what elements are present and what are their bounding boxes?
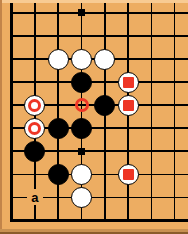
grid-line-v xyxy=(104,140,106,163)
white-stone xyxy=(71,164,92,185)
grid-line-v xyxy=(10,186,13,209)
grid-line-v xyxy=(174,71,176,94)
grid-line-v xyxy=(104,24,106,47)
grid-line-v xyxy=(10,48,13,71)
grid-line-v xyxy=(127,1,129,24)
grid-line-v xyxy=(104,117,106,140)
board-point xyxy=(0,117,23,140)
board-point xyxy=(140,94,163,117)
grid-line-v xyxy=(151,71,153,94)
board-point xyxy=(47,94,70,117)
grid-line-v xyxy=(151,140,153,163)
board-point xyxy=(70,71,93,94)
board-point xyxy=(93,24,116,47)
board-point xyxy=(93,163,116,186)
board-edge-shadow-dark xyxy=(0,232,188,234)
grid-line-v xyxy=(57,24,59,47)
grid-line-v xyxy=(174,186,176,209)
board-point xyxy=(47,140,70,163)
board-point xyxy=(70,140,93,163)
white-stone xyxy=(71,187,92,208)
board-point xyxy=(140,186,163,209)
board-point xyxy=(70,117,93,140)
board-point xyxy=(116,1,139,24)
grid-line-v xyxy=(127,186,129,209)
grid-line-v xyxy=(10,163,13,186)
grid-line-v xyxy=(127,48,129,71)
circled-empty-point xyxy=(75,98,89,112)
board-point xyxy=(23,48,46,71)
grid-line-v xyxy=(151,94,153,117)
grid-line-v xyxy=(174,140,176,163)
grid-line-v xyxy=(34,48,36,71)
grid-line-h xyxy=(163,58,188,60)
white-stone-square-marked xyxy=(118,72,139,93)
board-edge-highlight xyxy=(0,0,188,3)
board-point xyxy=(23,140,46,163)
board-point xyxy=(47,1,70,24)
board-point xyxy=(0,24,23,47)
board-point xyxy=(70,24,93,47)
grid-line-v xyxy=(127,24,129,47)
grid-line-v xyxy=(174,163,176,186)
board-point xyxy=(0,1,23,24)
white-stone-square-marked xyxy=(118,164,139,185)
square-mark-icon xyxy=(123,77,134,88)
board-point xyxy=(140,1,163,24)
board-point xyxy=(116,140,139,163)
board-point xyxy=(140,71,163,94)
grid-line-v xyxy=(10,117,13,140)
board-point xyxy=(163,163,188,186)
board-point xyxy=(23,24,46,47)
grid-line-v xyxy=(10,94,13,117)
grid-line-h xyxy=(163,81,188,83)
board-point xyxy=(93,48,116,71)
board-point xyxy=(93,140,116,163)
grid-line-v xyxy=(10,1,13,24)
black-stone xyxy=(24,141,45,162)
board-point xyxy=(47,163,70,186)
black-stone xyxy=(71,118,92,139)
board-point xyxy=(163,1,188,24)
grid-line-v xyxy=(104,186,106,209)
board-point xyxy=(116,117,139,140)
grid-line-v xyxy=(174,48,176,71)
board-point xyxy=(70,1,93,24)
grid-line-v xyxy=(104,1,106,24)
grid-line-v xyxy=(34,209,36,221)
grid-line-h xyxy=(163,104,188,106)
grid-line-v xyxy=(57,1,59,24)
grid-line-v xyxy=(57,71,59,94)
square-mark-icon xyxy=(123,169,134,180)
grid-line-v xyxy=(174,1,176,24)
circle-mark-icon xyxy=(28,122,41,135)
grid-line-v xyxy=(10,71,13,94)
white-stone-circle-marked xyxy=(24,118,45,139)
grid-line-v xyxy=(127,140,129,163)
square-mark-icon xyxy=(123,100,134,111)
grid-line-v xyxy=(174,209,176,221)
board-point xyxy=(163,140,188,163)
board-point xyxy=(70,186,93,209)
white-stone-square-marked xyxy=(118,95,139,116)
board-point xyxy=(70,48,93,71)
black-stone xyxy=(48,164,69,185)
board-point xyxy=(140,117,163,140)
grid-line-v xyxy=(81,209,83,221)
star-point xyxy=(78,9,85,16)
board-point xyxy=(23,163,46,186)
grid-line-v xyxy=(10,140,13,163)
grid-line-h xyxy=(163,219,188,222)
board-point xyxy=(0,71,23,94)
grid-line-v xyxy=(151,1,153,24)
board-point xyxy=(116,24,139,47)
board-point xyxy=(0,94,23,117)
board-point xyxy=(163,117,188,140)
board-point xyxy=(47,186,70,209)
board-point xyxy=(116,94,139,117)
board-point xyxy=(93,94,116,117)
board-point xyxy=(23,117,46,140)
grid-line-v xyxy=(34,24,36,47)
white-stone xyxy=(94,49,115,70)
board-point xyxy=(70,163,93,186)
board-point xyxy=(23,71,46,94)
grid-line-v xyxy=(151,163,153,186)
grid-line-v xyxy=(127,117,129,140)
board-point xyxy=(140,24,163,47)
grid-line-v xyxy=(174,24,176,47)
grid-line-v xyxy=(57,140,59,163)
grid-line-v xyxy=(174,94,176,117)
board-point xyxy=(163,94,188,117)
board-point xyxy=(0,163,23,186)
board-point xyxy=(163,24,188,47)
board-point xyxy=(140,140,163,163)
circle-mark-icon xyxy=(28,99,41,112)
grid-line-v xyxy=(151,48,153,71)
go-board-diagram: a xyxy=(0,0,188,234)
white-stone-circle-marked xyxy=(24,95,45,116)
grid-line-v xyxy=(57,209,59,221)
black-stone xyxy=(71,72,92,93)
board-point xyxy=(163,186,188,209)
grid-line-v xyxy=(104,71,106,94)
point-label-a: a xyxy=(27,189,43,205)
grid-line-v xyxy=(34,71,36,94)
grid-line-v xyxy=(104,163,106,186)
board-point xyxy=(93,71,116,94)
board-point xyxy=(140,163,163,186)
grid-line-v xyxy=(57,94,59,117)
board-point xyxy=(116,71,139,94)
board-point xyxy=(47,71,70,94)
go-board: a xyxy=(0,1,188,231)
board-point xyxy=(0,140,23,163)
board-point xyxy=(0,186,23,209)
grid-line-h xyxy=(163,150,188,152)
grid-line-h xyxy=(163,35,188,37)
white-stone xyxy=(71,49,92,70)
black-stone xyxy=(94,95,115,116)
grid-line-v xyxy=(127,209,129,221)
board-point xyxy=(163,48,188,71)
grid-line-v xyxy=(57,186,59,209)
board-point xyxy=(0,48,23,71)
grid-line-v xyxy=(151,186,153,209)
grid-line-v xyxy=(174,117,176,140)
grid-line-v xyxy=(10,209,13,221)
board-edge-shadow-left xyxy=(0,0,2,229)
grid-line-v xyxy=(151,117,153,140)
grid-line-h xyxy=(163,12,188,14)
grid-line-v xyxy=(10,24,13,47)
board-point xyxy=(163,71,188,94)
grid-line-h xyxy=(163,127,188,129)
grid-line-v xyxy=(34,163,36,186)
board-point xyxy=(116,186,139,209)
board-point xyxy=(23,94,46,117)
board-point xyxy=(70,94,93,117)
grid-line-h xyxy=(163,197,188,199)
board-point xyxy=(93,186,116,209)
grid-line-v xyxy=(151,209,153,221)
board-point xyxy=(93,1,116,24)
board-point xyxy=(140,48,163,71)
board-point xyxy=(93,117,116,140)
board-point xyxy=(47,24,70,47)
grid-line-v xyxy=(151,24,153,47)
black-stone xyxy=(48,118,69,139)
board-point xyxy=(23,1,46,24)
grid-line-v xyxy=(104,209,106,221)
grid-line-v xyxy=(81,24,83,47)
grid-line-h xyxy=(163,174,188,176)
grid-line-v xyxy=(34,1,36,24)
board-point: a xyxy=(23,186,46,209)
board-point xyxy=(116,163,139,186)
star-point xyxy=(78,148,85,155)
board-point xyxy=(47,117,70,140)
white-stone xyxy=(48,49,69,70)
board-point xyxy=(47,48,70,71)
board-point xyxy=(116,48,139,71)
